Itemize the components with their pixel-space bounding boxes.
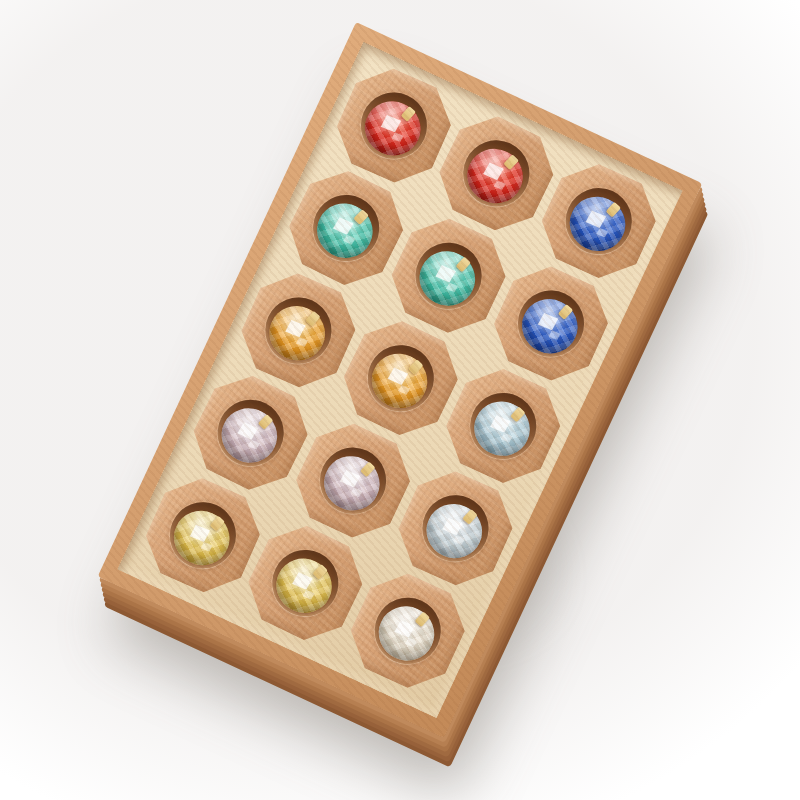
product-photo-stage bbox=[0, 0, 800, 800]
gem-highlight bbox=[435, 265, 455, 282]
block-socket bbox=[460, 382, 547, 469]
gem-highlight bbox=[490, 415, 510, 432]
gem-highlight bbox=[585, 211, 605, 228]
gem-highlight bbox=[387, 368, 408, 386]
gem-highlight bbox=[483, 163, 504, 181]
block-socket bbox=[405, 232, 493, 320]
gem-highlight bbox=[442, 518, 462, 535]
yellow-gem bbox=[165, 502, 238, 574]
ice-gray-gem bbox=[418, 495, 491, 567]
gem-highlight bbox=[394, 620, 414, 637]
block-socket bbox=[255, 287, 342, 374]
gem-highlight bbox=[292, 572, 313, 590]
amber-gem bbox=[363, 344, 437, 417]
blue-gem bbox=[513, 290, 586, 362]
block-socket bbox=[206, 389, 294, 477]
lilac-gem bbox=[212, 399, 286, 472]
block-socket bbox=[309, 437, 397, 525]
block-socket bbox=[261, 539, 349, 627]
teal-gem bbox=[410, 242, 484, 315]
block-socket bbox=[302, 184, 390, 272]
gem-highlight bbox=[333, 217, 354, 235]
gem-highlight bbox=[237, 422, 258, 440]
ice-blue-gem bbox=[465, 392, 538, 464]
gem-highlight bbox=[538, 313, 558, 330]
red-gem bbox=[356, 92, 429, 164]
blue-gem bbox=[561, 188, 634, 260]
clear-gem bbox=[370, 597, 443, 669]
block-socket bbox=[412, 485, 499, 572]
block-socket bbox=[507, 280, 594, 367]
block-socket bbox=[555, 177, 642, 264]
teal-gem bbox=[308, 194, 382, 267]
amber-gem bbox=[261, 297, 334, 369]
gem-highlight bbox=[285, 320, 305, 337]
gem-highlight bbox=[340, 470, 360, 487]
block-socket bbox=[452, 129, 540, 217]
yellow-gem bbox=[267, 549, 341, 622]
block-socket bbox=[357, 334, 445, 422]
red-gem bbox=[458, 140, 532, 213]
lilac-gem bbox=[315, 447, 389, 520]
gem-highlight bbox=[189, 525, 209, 542]
gem-highlight bbox=[380, 115, 400, 132]
block-socket bbox=[350, 82, 437, 169]
block-socket bbox=[159, 492, 246, 579]
block-socket bbox=[364, 587, 451, 674]
